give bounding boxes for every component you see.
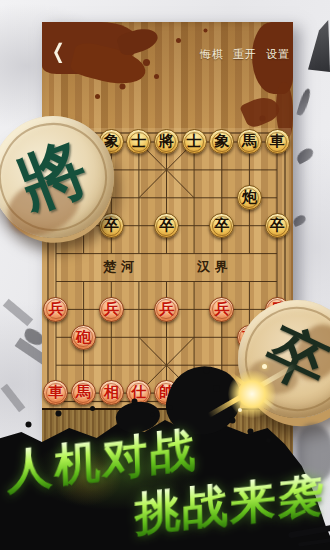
app-screen: ❮ 悔棋 重开 设置 楚河 汉界 車馬象士將士象馬車炮炮卒卒卒卒卒兵兵兵兵兵砲砲… xyxy=(0,0,330,550)
piece-red-相[interactable]: 相 xyxy=(99,380,124,405)
piece-black-士[interactable]: 士 xyxy=(182,129,207,154)
piece-black-卒[interactable]: 卒 xyxy=(209,213,234,238)
piece-black-卒[interactable]: 卒 xyxy=(154,213,179,238)
piece-black-象[interactable]: 象 xyxy=(209,129,234,154)
piece-black-車[interactable]: 車 xyxy=(265,129,290,154)
piece-black-馬[interactable]: 馬 xyxy=(237,129,262,154)
piece-red-馬[interactable]: 馬 xyxy=(71,380,96,405)
piece-black-卒[interactable]: 卒 xyxy=(265,213,290,238)
piece-red-兵[interactable]: 兵 xyxy=(43,297,68,322)
ink-spray-dots xyxy=(0,0,1,1)
settings-button[interactable]: 设置 xyxy=(266,47,290,62)
restart-button[interactable]: 重开 xyxy=(233,47,257,62)
piece-red-兵[interactable]: 兵 xyxy=(99,297,124,322)
piece-black-士[interactable]: 士 xyxy=(126,129,151,154)
piece-red-兵[interactable]: 兵 xyxy=(154,297,179,322)
piece-black-將[interactable]: 將 xyxy=(154,129,179,154)
back-button[interactable]: ❮ xyxy=(52,40,65,60)
piece-red-兵[interactable]: 兵 xyxy=(209,297,234,322)
piece-red-砲[interactable]: 砲 xyxy=(71,325,96,350)
piece-red-車[interactable]: 車 xyxy=(43,380,68,405)
top-menu: 悔棋 重开 设置 xyxy=(200,47,290,62)
undo-move-button[interactable]: 悔棋 xyxy=(200,47,224,62)
piece-black-炮[interactable]: 炮 xyxy=(237,185,262,210)
